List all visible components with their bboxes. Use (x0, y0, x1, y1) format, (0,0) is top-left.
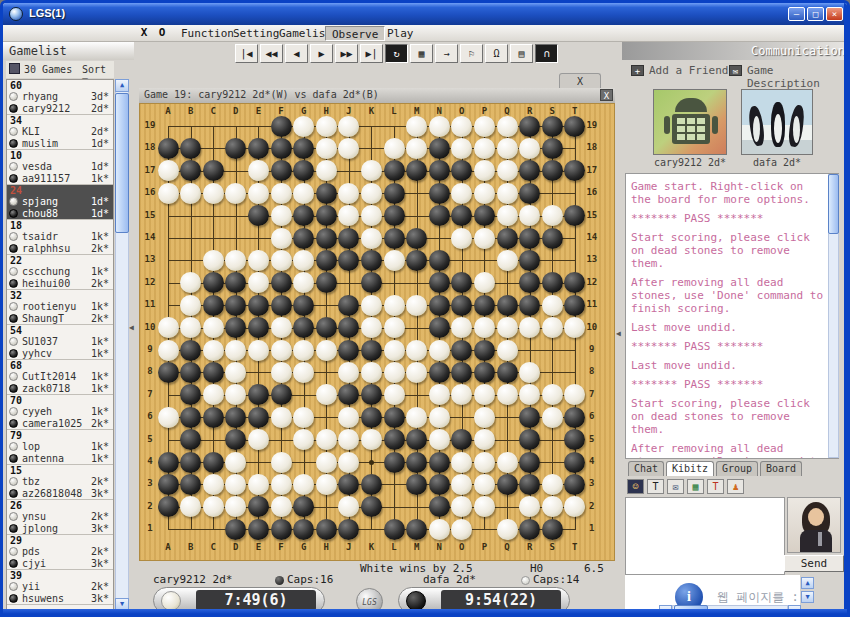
black-stone-J7[interactable] (338, 384, 359, 405)
black-stone-L16[interactable] (384, 183, 405, 204)
white-stone-S11[interactable] (542, 295, 563, 316)
white-stone-P18[interactable] (474, 138, 495, 159)
game-list-item-jplong[interactable]: jplong3k* (7, 523, 113, 535)
game-list-item-spjang[interactable]: spjang1d* (7, 196, 113, 208)
black-stone-L15[interactable] (384, 205, 405, 226)
white-stone-D2[interactable] (225, 496, 246, 517)
nav-last-icon[interactable]: ▶| (360, 44, 383, 63)
white-stone-R8[interactable] (519, 362, 540, 383)
go-board[interactable]: AA1919BB1818CC1717DD1616EE1515FF1414GG13… (139, 103, 615, 561)
white-stone-O3[interactable] (451, 474, 472, 495)
black-stone-B3[interactable] (180, 474, 201, 495)
left-splitter-arrow-icon[interactable]: ◀ (129, 323, 134, 332)
black-stone-R14[interactable] (519, 228, 540, 249)
white-stone-G12[interactable] (293, 272, 314, 293)
white-stone-D3[interactable] (225, 474, 246, 495)
game-list-item-muslim[interactable]: muslim1d* (7, 138, 113, 150)
black-stone-H1[interactable] (316, 519, 337, 540)
white-stone-L18[interactable] (384, 138, 405, 159)
game-list-item-ralphhsu[interactable]: ralphhsu2k* (7, 243, 113, 255)
white-stone-J8[interactable] (338, 362, 359, 383)
black-stone-T3[interactable] (564, 474, 585, 495)
game-description-icon[interactable]: ✉ (729, 65, 742, 76)
game-list-item-lop[interactable]: lop1k* (7, 441, 113, 453)
nav-fwd-icon[interactable]: ▶ (310, 44, 333, 63)
black-stone-F17[interactable] (271, 160, 292, 181)
black-stone-H16[interactable] (316, 183, 337, 204)
black-stone-H12[interactable] (316, 272, 337, 293)
game-list-item-tbz[interactable]: tbz2k* (7, 476, 113, 488)
white-stone-A6[interactable] (158, 407, 179, 428)
black-stone-O15[interactable] (451, 205, 472, 226)
white-stone-G16[interactable] (293, 183, 314, 204)
board-close-button[interactable]: X (600, 89, 613, 101)
black-stone-J3[interactable] (338, 474, 359, 495)
white-stone-H18[interactable] (316, 138, 337, 159)
white-stone-J15[interactable] (338, 205, 359, 226)
black-stone-S19[interactable] (542, 116, 563, 137)
black-stone-S1[interactable] (542, 519, 563, 540)
black-stone-D10[interactable] (225, 317, 246, 338)
white-stone-T10[interactable] (564, 317, 585, 338)
white-stone-R7[interactable] (519, 384, 540, 405)
tab-kibitz[interactable]: Kibitz (666, 461, 714, 476)
white-stone-P10[interactable] (474, 317, 495, 338)
white-stone-K14[interactable] (361, 228, 382, 249)
game-list-item-cyyeh[interactable]: cyyeh1k* (7, 406, 113, 418)
white-stone-D4[interactable] (225, 452, 246, 473)
black-stone-F18[interactable] (271, 138, 292, 159)
black-stone-G10[interactable] (293, 317, 314, 338)
game-group-number[interactable]: 29 (7, 535, 113, 546)
black-stone-F11[interactable] (271, 295, 292, 316)
black-stone-D1[interactable] (225, 519, 246, 540)
white-stone-M18[interactable] (406, 138, 427, 159)
black-stone-J13[interactable] (338, 250, 359, 271)
game-group-number[interactable]: 39 (7, 570, 113, 581)
white-stone-O2[interactable] (451, 496, 472, 517)
game-list-item-zack0718[interactable]: zack07181k* (7, 383, 113, 395)
black-stone-C8[interactable] (203, 362, 224, 383)
white-stone-B11[interactable] (180, 295, 201, 316)
game-list-item-tsaidr[interactable]: tsaidr1k* (7, 231, 113, 243)
white-stone-O1[interactable] (451, 519, 472, 540)
game-list-item-cary9212[interactable]: cary92122d* (7, 103, 113, 115)
black-stone-E15[interactable] (248, 205, 269, 226)
white-stone-B12[interactable] (180, 272, 201, 293)
game-group-number[interactable]: 79 (7, 430, 113, 441)
white-stone-P16[interactable] (474, 183, 495, 204)
white-stone-C3[interactable] (203, 474, 224, 495)
white-stone-G9[interactable] (293, 340, 314, 361)
black-stone-R13[interactable] (519, 250, 540, 271)
black-stone-B17[interactable] (180, 160, 201, 181)
tab-group[interactable]: Group (716, 461, 758, 476)
black-stone-B4[interactable] (180, 452, 201, 473)
game-list-item-yii[interactable]: yii2k* (7, 581, 113, 593)
black-stone-O9[interactable] (451, 340, 472, 361)
black-stone-O17[interactable] (451, 160, 472, 181)
mail-icon[interactable]: ✉ (667, 479, 684, 494)
white-stone-A9[interactable] (158, 340, 179, 361)
black-stone-H14[interactable] (316, 228, 337, 249)
nav-back10-icon[interactable]: ◀◀ (260, 44, 283, 63)
white-stone-P19[interactable] (474, 116, 495, 137)
white-stone-F10[interactable] (271, 317, 292, 338)
message-input[interactable] (625, 497, 785, 575)
white-stone-Q1[interactable] (497, 519, 518, 540)
white-stone-M19[interactable] (406, 116, 427, 137)
game-list[interactable]: 60rhyang3d*cary92122d*34KLI2d*muslim1d*1… (6, 79, 114, 611)
white-stone-H4[interactable] (316, 452, 337, 473)
black-stone-N3[interactable] (429, 474, 450, 495)
black-stone-N10[interactable] (429, 317, 450, 338)
white-stone-R18[interactable] (519, 138, 540, 159)
game-group-number[interactable]: 18 (7, 220, 113, 231)
white-stone-O16[interactable] (451, 183, 472, 204)
black-stone-T5[interactable] (564, 429, 585, 450)
white-stone-M6[interactable] (406, 407, 427, 428)
white-stone-S7[interactable] (542, 384, 563, 405)
white-stone-G13[interactable] (293, 250, 314, 271)
white-stone-D7[interactable] (225, 384, 246, 405)
refresh-icon[interactable]: ↻ (385, 44, 408, 63)
black-stone-H13[interactable] (316, 250, 337, 271)
white-stone-B16[interactable] (180, 183, 201, 204)
black-stone-G14[interactable] (293, 228, 314, 249)
game-group-number[interactable]: 60 (7, 80, 113, 91)
game-group-number[interactable]: 70 (7, 395, 113, 406)
game-group-number[interactable]: 34 (7, 115, 113, 126)
black-stone-A18[interactable] (158, 138, 179, 159)
black-stone-K7[interactable] (361, 384, 382, 405)
user-icon[interactable]: ♟ (727, 479, 744, 494)
black-stone-P11[interactable] (474, 295, 495, 316)
white-stone-G8[interactable] (293, 362, 314, 383)
black-stone-T6[interactable] (564, 407, 585, 428)
black-stone-F19[interactable] (271, 116, 292, 137)
white-stone-N5[interactable] (429, 429, 450, 450)
white-stone-R10[interactable] (519, 317, 540, 338)
black-x-button[interactable]: X (136, 26, 152, 40)
black-stone-N12[interactable] (429, 272, 450, 293)
black-stone-D5[interactable] (225, 429, 246, 450)
black-stone-D6[interactable] (225, 407, 246, 428)
black-stone-N2[interactable] (429, 496, 450, 517)
black-stone-H15[interactable] (316, 205, 337, 226)
black-stone-G2[interactable] (293, 496, 314, 517)
white-stone-P4[interactable] (474, 452, 495, 473)
black-stone-R3[interactable] (519, 474, 540, 495)
black-stone-G18[interactable] (293, 138, 314, 159)
black-stone-M17[interactable] (406, 160, 427, 181)
white-stone-C7[interactable] (203, 384, 224, 405)
black-stone-C17[interactable] (203, 160, 224, 181)
white-stone-S6[interactable] (542, 407, 563, 428)
white-stone-C9[interactable] (203, 340, 224, 361)
white-stone-C10[interactable] (203, 317, 224, 338)
black-stone-R19[interactable] (519, 116, 540, 137)
white-stone-E13[interactable] (248, 250, 269, 271)
game-group-number[interactable]: 32 (7, 290, 113, 301)
black-stone-N17[interactable] (429, 160, 450, 181)
black-stone-R11[interactable] (519, 295, 540, 316)
save-icon[interactable]: ▤ (510, 44, 533, 63)
black-stone-B18[interactable] (180, 138, 201, 159)
white-stone-J16[interactable] (338, 183, 359, 204)
white-stone-G6[interactable] (293, 407, 314, 428)
game-group-number[interactable]: 10 (7, 150, 113, 161)
white-stone-Q16[interactable] (497, 183, 518, 204)
black-stone-N8[interactable] (429, 362, 450, 383)
white-stone-F14[interactable] (271, 228, 292, 249)
black-stone-C12[interactable] (203, 272, 224, 293)
white-stone-A10[interactable] (158, 317, 179, 338)
white-stone-F13[interactable] (271, 250, 292, 271)
black-stone-L6[interactable] (384, 407, 405, 428)
black-stone-D18[interactable] (225, 138, 246, 159)
white-stone-J2[interactable] (338, 496, 359, 517)
white-stone-Q15[interactable] (497, 205, 518, 226)
white-stone-G5[interactable] (293, 429, 314, 450)
white-stone-Q10[interactable] (497, 317, 518, 338)
chat-scroll-thumb[interactable] (828, 174, 839, 234)
white-stone-Q18[interactable] (497, 138, 518, 159)
black-stone-N15[interactable] (429, 205, 450, 226)
game-list-item-ynsu[interactable]: ynsu2k* (7, 511, 113, 523)
black-stone-N18[interactable] (429, 138, 450, 159)
font-color-icon[interactable]: T (707, 479, 724, 494)
white-stone-C13[interactable] (203, 250, 224, 271)
game-list-item-az26818048[interactable]: az268180483k* (7, 488, 113, 500)
black-stone-F12[interactable] (271, 272, 292, 293)
black-stone-E2[interactable] (248, 496, 269, 517)
white-stone-Q19[interactable] (497, 116, 518, 137)
black-stone-O5[interactable] (451, 429, 472, 450)
white-stone-H3[interactable] (316, 474, 337, 495)
white-stone-B10[interactable] (180, 317, 201, 338)
white-stone-F15[interactable] (271, 205, 292, 226)
game-group-number[interactable]: 26 (7, 500, 113, 511)
white-stone-P2[interactable] (474, 496, 495, 517)
black-stone-K13[interactable] (361, 250, 382, 271)
add-friend-icon[interactable]: + (631, 65, 644, 76)
black-stone-H10[interactable] (316, 317, 337, 338)
black-stone-M1[interactable] (406, 519, 427, 540)
vscroll-up-icon[interactable]: ▲ (801, 577, 814, 589)
black-stone-R4[interactable] (519, 452, 540, 473)
white-stone-L11[interactable] (384, 295, 405, 316)
black-stone-P8[interactable] (474, 362, 495, 383)
black-stone-N4[interactable] (429, 452, 450, 473)
black-stone-E18[interactable] (248, 138, 269, 159)
black-stone-Q11[interactable] (497, 295, 518, 316)
black-stone-L5[interactable] (384, 429, 405, 450)
white-stone-F4[interactable] (271, 452, 292, 473)
game-group-number[interactable]: 15 (7, 465, 113, 476)
black-stone-C11[interactable] (203, 295, 224, 316)
white-stone-E5[interactable] (248, 429, 269, 450)
black-stone-L4[interactable] (384, 452, 405, 473)
white-stone-K17[interactable] (361, 160, 382, 181)
white-stone-Q4[interactable] (497, 452, 518, 473)
game-description-label[interactable]: Game Description (747, 64, 847, 90)
black-stone-D12[interactable] (225, 272, 246, 293)
black-stone-P9[interactable] (474, 340, 495, 361)
tab-board[interactable]: Board (760, 461, 802, 476)
white-stone-S10[interactable] (542, 317, 563, 338)
white-stone-O10[interactable] (451, 317, 472, 338)
white-stone-T2[interactable] (564, 496, 585, 517)
black-stone-T11[interactable] (564, 295, 585, 316)
white-stone-P3[interactable] (474, 474, 495, 495)
white-stone-P17[interactable] (474, 160, 495, 181)
black-stone-J9[interactable] (338, 340, 359, 361)
tab-chat[interactable]: Chat (628, 461, 664, 476)
white-stone-P14[interactable] (474, 228, 495, 249)
white-stone-C2[interactable] (203, 496, 224, 517)
white-stone-O7[interactable] (451, 384, 472, 405)
white-stone-P7[interactable] (474, 384, 495, 405)
game-list-item-vesda[interactable]: vesda1d* (7, 161, 113, 173)
black-stone-Q8[interactable] (497, 362, 518, 383)
white-stone-H7[interactable] (316, 384, 337, 405)
black-stone-O8[interactable] (451, 362, 472, 383)
white-stone-S2[interactable] (542, 496, 563, 517)
white-stone-B2[interactable] (180, 496, 201, 517)
black-stone-J10[interactable] (338, 317, 359, 338)
black-stone-B6[interactable] (180, 407, 201, 428)
black-stone-A4[interactable] (158, 452, 179, 473)
black-stone-K12[interactable] (361, 272, 382, 293)
game-group-number[interactable]: 22 (7, 255, 113, 266)
white-stone-N7[interactable] (429, 384, 450, 405)
white-stone-N9[interactable] (429, 340, 450, 361)
black-stone-E10[interactable] (248, 317, 269, 338)
white-stone-E12[interactable] (248, 272, 269, 293)
black-stone-M13[interactable] (406, 250, 427, 271)
black-stone-G17[interactable] (293, 160, 314, 181)
white-stone-P5[interactable] (474, 429, 495, 450)
black-stone-D11[interactable] (225, 295, 246, 316)
color-grid-icon[interactable]: ▦ (687, 479, 704, 494)
white-stone-J18[interactable] (338, 138, 359, 159)
black-stone-S12[interactable] (542, 272, 563, 293)
white-stone-J5[interactable] (338, 429, 359, 450)
bell-icon[interactable]: Ω (485, 44, 508, 63)
game-list-item-heihui00[interactable]: heihui002k* (7, 278, 113, 290)
black-stone-T19[interactable] (564, 116, 585, 137)
white-stone-L9[interactable] (384, 340, 405, 361)
white-stone-A16[interactable] (158, 183, 179, 204)
emoticon-icon[interactable]: ☺ (627, 479, 644, 494)
white-stone-M8[interactable] (406, 362, 427, 383)
black-stone-T15[interactable] (564, 205, 585, 226)
white-stone-D13[interactable] (225, 250, 246, 271)
nav-back-icon[interactable]: ◀ (285, 44, 308, 63)
pass-arrow-icon[interactable]: → (435, 44, 458, 63)
game-list-item-cjyi[interactable]: cjyi3k* (7, 558, 113, 570)
game-group-number[interactable]: 54 (7, 325, 113, 336)
game-group-number[interactable]: 68 (7, 360, 113, 371)
black-stone-R1[interactable] (519, 519, 540, 540)
black-stone-J1[interactable] (338, 519, 359, 540)
white-stone-L13[interactable] (384, 250, 405, 271)
game-list-item-rootienyu[interactable]: rootienyu1k* (7, 301, 113, 313)
white-stone-L10[interactable] (384, 317, 405, 338)
black-stone-F1[interactable] (271, 519, 292, 540)
white-stone-O19[interactable] (451, 116, 472, 137)
white-stone-P12[interactable] (474, 272, 495, 293)
black-stone-B5[interactable] (180, 429, 201, 450)
black-stone-S17[interactable] (542, 160, 563, 181)
white-stone-M9[interactable] (406, 340, 427, 361)
black-stone-G1[interactable] (293, 519, 314, 540)
black-stone-A2[interactable] (158, 496, 179, 517)
black-stone-Q14[interactable] (497, 228, 518, 249)
black-stone-C4[interactable] (203, 452, 224, 473)
white-stone-L7[interactable] (384, 384, 405, 405)
black-stone-N11[interactable] (429, 295, 450, 316)
black-stone-M3[interactable] (406, 474, 427, 495)
white-stone-F3[interactable] (271, 474, 292, 495)
close-button[interactable]: × (826, 7, 843, 21)
menu-item-observe[interactable]: Observe (325, 26, 385, 41)
white-stone-K5[interactable] (361, 429, 382, 450)
right-splitter-arrow-icon[interactable]: ◀ (616, 329, 621, 338)
white-stone-F8[interactable] (271, 362, 292, 383)
white-stone-N1[interactable] (429, 519, 450, 540)
white-stone-O4[interactable] (451, 452, 472, 473)
white-stone-K15[interactable] (361, 205, 382, 226)
chat-log[interactable]: Game start. Right-click on the board for… (625, 173, 839, 459)
black-stone-R12[interactable] (519, 272, 540, 293)
white-stone-F2[interactable] (271, 496, 292, 517)
black-stone-N16[interactable] (429, 183, 450, 204)
game-list-item-SU1037[interactable]: SU10371k* (7, 336, 113, 348)
white-stone-H9[interactable] (316, 340, 337, 361)
white-stone-H17[interactable] (316, 160, 337, 181)
white-stone-N6[interactable] (429, 407, 450, 428)
headset-icon[interactable]: ∩ (535, 44, 558, 63)
white-stone-E17[interactable] (248, 160, 269, 181)
white-stone-S3[interactable] (542, 474, 563, 495)
white-stone-J19[interactable] (338, 116, 359, 137)
game-list-item-hsuwens[interactable]: hsuwens3k* (7, 593, 113, 605)
game-list-item-pds[interactable]: pds2k* (7, 546, 113, 558)
black-stone-B8[interactable] (180, 362, 201, 383)
white-stone-K10[interactable] (361, 317, 382, 338)
font-icon[interactable]: T (647, 479, 664, 494)
white-stone-F9[interactable] (271, 340, 292, 361)
white-stone-Q13[interactable] (497, 250, 518, 271)
white-stone-D8[interactable] (225, 362, 246, 383)
white-stone-G19[interactable] (293, 116, 314, 137)
white-stone-K11[interactable] (361, 295, 382, 316)
black-stone-A8[interactable] (158, 362, 179, 383)
white-stone-F16[interactable] (271, 183, 292, 204)
resign-flag-icon[interactable]: ⚐ (460, 44, 483, 63)
black-stone-L14[interactable] (384, 228, 405, 249)
black-stone-R16[interactable] (519, 183, 540, 204)
black-stone-F7[interactable] (271, 384, 292, 405)
send-button[interactable]: Send (784, 555, 844, 572)
scroll-up-icon[interactable]: ▲ (115, 79, 129, 92)
nav-fwd10-icon[interactable]: ▶▶ (335, 44, 358, 63)
black-stone-R6[interactable] (519, 407, 540, 428)
white-stone-C16[interactable] (203, 183, 224, 204)
black-stone-P15[interactable] (474, 205, 495, 226)
